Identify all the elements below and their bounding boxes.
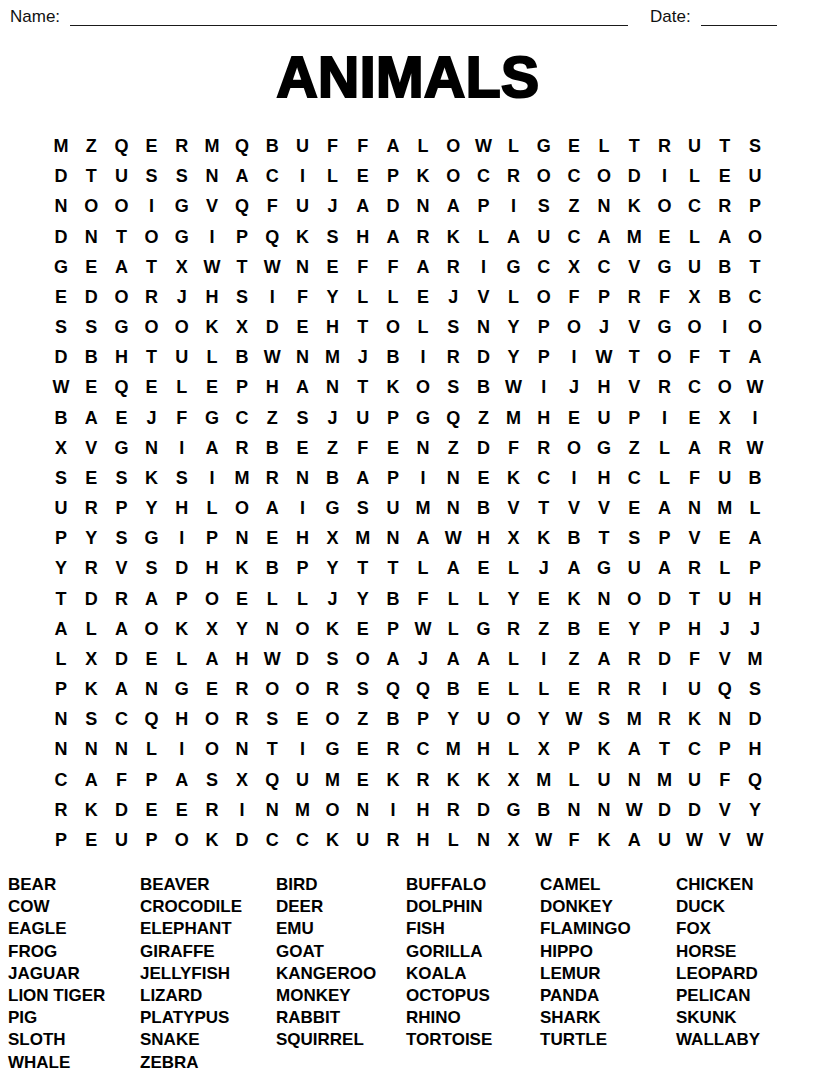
grid-cell[interactable]: T <box>589 523 619 553</box>
grid-cell[interactable]: K <box>559 583 589 613</box>
grid-cell[interactable]: R <box>76 493 106 523</box>
grid-cell[interactable]: C <box>227 402 257 432</box>
grid-cell[interactable]: E <box>76 372 106 402</box>
grid-cell[interactable]: C <box>740 282 770 312</box>
grid-cell[interactable]: E <box>679 402 709 432</box>
grid-cell[interactable]: P <box>46 674 76 704</box>
grid-cell[interactable]: U <box>167 342 197 372</box>
grid-cell[interactable]: A <box>197 644 227 674</box>
grid-cell[interactable]: P <box>287 553 317 583</box>
grid-cell[interactable]: D <box>167 553 197 583</box>
grid-cell[interactable]: L <box>649 433 679 463</box>
grid-cell[interactable]: R <box>317 674 347 704</box>
grid-cell[interactable]: F <box>408 583 438 613</box>
grid-cell[interactable]: D <box>649 644 679 674</box>
grid-cell[interactable]: L <box>197 342 227 372</box>
grid-cell[interactable]: N <box>408 191 438 221</box>
grid-cell[interactable]: F <box>378 252 408 282</box>
grid-cell[interactable]: B <box>257 433 287 463</box>
grid-cell[interactable]: N <box>348 795 378 825</box>
grid-cell[interactable]: O <box>167 312 197 342</box>
grid-cell[interactable]: M <box>619 221 649 251</box>
grid-cell[interactable]: Q <box>106 131 136 161</box>
grid-cell[interactable]: F <box>257 191 287 221</box>
grid-cell[interactable]: R <box>649 372 679 402</box>
grid-cell[interactable]: N <box>227 734 257 764</box>
grid-cell[interactable]: B <box>378 342 408 372</box>
grid-cell[interactable]: Q <box>257 764 287 794</box>
grid-cell[interactable]: G <box>649 312 679 342</box>
grid-cell[interactable]: P <box>589 282 619 312</box>
grid-cell[interactable]: N <box>468 825 498 855</box>
grid-cell[interactable]: N <box>438 463 468 493</box>
grid-cell[interactable]: P <box>619 402 649 432</box>
grid-cell[interactable]: S <box>348 493 378 523</box>
grid-cell[interactable]: W <box>468 131 498 161</box>
grid-cell[interactable]: G <box>106 433 136 463</box>
grid-cell[interactable]: K <box>589 825 619 855</box>
grid-cell[interactable]: R <box>167 131 197 161</box>
grid-cell[interactable]: R <box>710 433 740 463</box>
grid-cell[interactable]: K <box>76 674 106 704</box>
grid-cell[interactable]: A <box>167 764 197 794</box>
grid-cell[interactable]: N <box>378 523 408 553</box>
grid-cell[interactable]: E <box>287 312 317 342</box>
grid-cell[interactable]: B <box>559 523 589 553</box>
grid-cell[interactable]: C <box>559 161 589 191</box>
grid-cell[interactable]: W <box>740 433 770 463</box>
grid-cell[interactable]: R <box>257 463 287 493</box>
grid-cell[interactable]: H <box>167 704 197 734</box>
grid-cell[interactable]: A <box>408 523 438 553</box>
grid-cell[interactable]: Y <box>76 523 106 553</box>
grid-cell[interactable]: A <box>589 644 619 674</box>
grid-cell[interactable]: H <box>167 493 197 523</box>
grid-cell[interactable]: C <box>679 372 709 402</box>
grid-cell[interactable]: T <box>46 583 76 613</box>
grid-cell[interactable]: K <box>76 795 106 825</box>
grid-cell[interactable]: S <box>46 463 76 493</box>
grid-cell[interactable]: V <box>498 493 528 523</box>
grid-cell[interactable]: N <box>589 795 619 825</box>
grid-cell[interactable]: I <box>167 523 197 553</box>
grid-cell[interactable]: N <box>136 674 166 704</box>
grid-cell[interactable]: I <box>559 463 589 493</box>
grid-cell[interactable]: V <box>76 433 106 463</box>
grid-cell[interactable]: I <box>529 372 559 402</box>
grid-cell[interactable]: W <box>46 372 76 402</box>
grid-cell[interactable]: V <box>468 282 498 312</box>
grid-cell[interactable]: T <box>348 372 378 402</box>
grid-cell[interactable]: T <box>710 131 740 161</box>
grid-cell[interactable]: N <box>408 433 438 463</box>
grid-cell[interactable]: L <box>679 161 709 191</box>
grid-cell[interactable]: A <box>257 493 287 523</box>
grid-cell[interactable]: A <box>498 221 528 251</box>
grid-cell[interactable]: K <box>136 463 166 493</box>
grid-cell[interactable]: S <box>136 161 166 191</box>
grid-cell[interactable]: H <box>740 583 770 613</box>
grid-cell[interactable]: G <box>46 252 76 282</box>
grid-cell[interactable]: W <box>589 342 619 372</box>
grid-cell[interactable]: K <box>287 221 317 251</box>
grid-cell[interactable]: A <box>76 402 106 432</box>
grid-cell[interactable]: A <box>46 614 76 644</box>
grid-cell[interactable]: H <box>348 221 378 251</box>
grid-cell[interactable]: L <box>589 131 619 161</box>
grid-cell[interactable]: N <box>287 252 317 282</box>
grid-cell[interactable]: P <box>649 523 679 553</box>
grid-cell[interactable]: K <box>227 553 257 583</box>
grid-cell[interactable]: G <box>106 312 136 342</box>
grid-cell[interactable]: D <box>106 644 136 674</box>
grid-cell[interactable]: I <box>740 402 770 432</box>
grid-cell[interactable]: B <box>257 553 287 583</box>
grid-cell[interactable]: X <box>498 825 528 855</box>
grid-cell[interactable]: W <box>408 614 438 644</box>
grid-cell[interactable]: N <box>287 342 317 372</box>
grid-cell[interactable]: R <box>378 734 408 764</box>
grid-cell[interactable]: L <box>408 312 438 342</box>
grid-cell[interactable]: C <box>679 191 709 221</box>
grid-cell[interactable]: S <box>167 161 197 191</box>
grid-cell[interactable]: T <box>619 131 649 161</box>
grid-cell[interactable]: P <box>710 734 740 764</box>
grid-cell[interactable]: A <box>679 433 709 463</box>
grid-cell[interactable]: G <box>529 131 559 161</box>
grid-cell[interactable]: D <box>257 312 287 342</box>
grid-cell[interactable]: G <box>167 221 197 251</box>
grid-cell[interactable]: R <box>227 433 257 463</box>
grid-cell[interactable]: O <box>740 312 770 342</box>
grid-cell[interactable]: O <box>106 191 136 221</box>
grid-cell[interactable]: K <box>619 191 649 221</box>
grid-cell[interactable]: A <box>378 131 408 161</box>
grid-cell[interactable]: E <box>559 402 589 432</box>
grid-cell[interactable]: G <box>498 252 528 282</box>
grid-cell[interactable]: R <box>710 191 740 221</box>
grid-cell[interactable]: R <box>498 614 528 644</box>
grid-cell[interactable]: B <box>257 131 287 161</box>
grid-cell[interactable]: W <box>257 644 287 674</box>
grid-cell[interactable]: F <box>348 433 378 463</box>
grid-cell[interactable]: P <box>649 614 679 644</box>
grid-cell[interactable]: N <box>589 583 619 613</box>
grid-cell[interactable]: F <box>106 764 136 794</box>
grid-cell[interactable]: X <box>197 614 227 644</box>
grid-cell[interactable]: X <box>679 282 709 312</box>
grid-cell[interactable]: I <box>378 795 408 825</box>
grid-cell[interactable]: B <box>317 463 347 493</box>
grid-cell[interactable]: O <box>438 161 468 191</box>
grid-cell[interactable]: T <box>679 583 709 613</box>
grid-cell[interactable]: P <box>408 704 438 734</box>
grid-cell[interactable]: L <box>529 674 559 704</box>
grid-cell[interactable]: O <box>136 614 166 644</box>
grid-cell[interactable]: H <box>468 523 498 553</box>
grid-cell[interactable]: W <box>257 342 287 372</box>
grid-cell[interactable]: T <box>378 553 408 583</box>
grid-cell[interactable]: P <box>378 614 408 644</box>
grid-cell[interactable]: A <box>589 221 619 251</box>
grid-cell[interactable]: T <box>227 252 257 282</box>
grid-cell[interactable]: U <box>529 221 559 251</box>
grid-cell[interactable]: A <box>619 825 649 855</box>
grid-cell[interactable]: N <box>257 795 287 825</box>
grid-cell[interactable]: L <box>740 493 770 523</box>
grid-cell[interactable]: O <box>649 191 679 221</box>
grid-cell[interactable]: Y <box>498 342 528 372</box>
grid-cell[interactable]: Z <box>529 614 559 644</box>
grid-cell[interactable]: F <box>710 764 740 794</box>
grid-cell[interactable]: S <box>106 523 136 553</box>
grid-cell[interactable]: K <box>589 734 619 764</box>
grid-cell[interactable]: F <box>348 252 378 282</box>
grid-cell[interactable]: O <box>740 221 770 251</box>
grid-cell[interactable]: A <box>408 252 438 282</box>
grid-cell[interactable]: U <box>468 704 498 734</box>
grid-cell[interactable]: O <box>197 583 227 613</box>
grid-cell[interactable]: S <box>348 674 378 704</box>
grid-cell[interactable]: Q <box>136 704 166 734</box>
grid-cell[interactable]: B <box>76 342 106 372</box>
grid-cell[interactable]: E <box>76 252 106 282</box>
grid-cell[interactable]: S <box>227 282 257 312</box>
grid-cell[interactable]: L <box>167 372 197 402</box>
grid-cell[interactable]: J <box>408 644 438 674</box>
grid-cell[interactable]: R <box>408 221 438 251</box>
grid-cell[interactable]: Y <box>619 614 649 644</box>
grid-cell[interactable]: N <box>468 312 498 342</box>
grid-cell[interactable]: A <box>378 644 408 674</box>
grid-cell[interactable]: U <box>287 191 317 221</box>
grid-cell[interactable]: U <box>710 463 740 493</box>
grid-cell[interactable]: D <box>76 583 106 613</box>
grid-cell[interactable]: P <box>227 221 257 251</box>
grid-cell[interactable]: R <box>76 553 106 583</box>
grid-cell[interactable]: X <box>529 734 559 764</box>
grid-cell[interactable]: A <box>197 433 227 463</box>
grid-cell[interactable]: Q <box>257 221 287 251</box>
grid-cell[interactable]: N <box>46 704 76 734</box>
grid-cell[interactable]: S <box>136 553 166 583</box>
grid-cell[interactable]: G <box>589 433 619 463</box>
grid-cell[interactable]: Q <box>227 131 257 161</box>
grid-cell[interactable]: T <box>76 161 106 191</box>
grid-cell[interactable]: L <box>167 644 197 674</box>
grid-cell[interactable]: E <box>559 131 589 161</box>
grid-cell[interactable]: H <box>679 614 709 644</box>
grid-cell[interactable]: F <box>559 825 589 855</box>
grid-cell[interactable]: D <box>649 795 679 825</box>
grid-cell[interactable]: O <box>197 734 227 764</box>
grid-cell[interactable]: L <box>468 221 498 251</box>
grid-cell[interactable]: V <box>710 644 740 674</box>
grid-cell[interactable]: T <box>136 252 166 282</box>
grid-cell[interactable]: V <box>619 372 649 402</box>
grid-cell[interactable]: P <box>136 825 166 855</box>
grid-cell[interactable]: A <box>559 553 589 583</box>
grid-cell[interactable]: K <box>679 704 709 734</box>
grid-cell[interactable]: I <box>649 161 679 191</box>
grid-cell[interactable]: H <box>589 463 619 493</box>
grid-cell[interactable]: E <box>378 433 408 463</box>
grid-cell[interactable]: I <box>167 734 197 764</box>
grid-cell[interactable]: W <box>197 252 227 282</box>
grid-cell[interactable]: R <box>679 553 709 583</box>
grid-cell[interactable]: K <box>529 523 559 553</box>
grid-cell[interactable]: E <box>408 282 438 312</box>
grid-cell[interactable]: C <box>589 252 619 282</box>
grid-cell[interactable]: H <box>408 825 438 855</box>
grid-cell[interactable]: Z <box>257 402 287 432</box>
grid-cell[interactable]: V <box>589 493 619 523</box>
grid-cell[interactable]: K <box>317 825 347 855</box>
grid-cell[interactable]: C <box>257 825 287 855</box>
grid-cell[interactable]: S <box>76 312 106 342</box>
grid-cell[interactable]: U <box>649 825 679 855</box>
grid-cell[interactable]: M <box>438 734 468 764</box>
grid-cell[interactable]: M <box>317 764 347 794</box>
grid-cell[interactable]: H <box>257 372 287 402</box>
grid-cell[interactable]: N <box>106 734 136 764</box>
grid-cell[interactable]: G <box>408 402 438 432</box>
grid-cell[interactable]: O <box>227 493 257 523</box>
grid-cell[interactable]: A <box>649 493 679 523</box>
grid-cell[interactable]: R <box>408 764 438 794</box>
grid-cell[interactable]: A <box>649 553 679 583</box>
grid-cell[interactable]: Z <box>559 191 589 221</box>
grid-cell[interactable]: O <box>287 614 317 644</box>
grid-cell[interactable]: Z <box>76 131 106 161</box>
grid-cell[interactable]: I <box>710 312 740 342</box>
grid-cell[interactable]: C <box>408 734 438 764</box>
grid-cell[interactable]: A <box>76 764 106 794</box>
grid-cell[interactable]: X <box>317 523 347 553</box>
grid-cell[interactable]: U <box>589 402 619 432</box>
grid-cell[interactable]: J <box>740 614 770 644</box>
grid-cell[interactable]: F <box>317 131 347 161</box>
grid-cell[interactable]: A <box>710 221 740 251</box>
grid-cell[interactable]: E <box>710 523 740 553</box>
grid-cell[interactable]: V <box>559 493 589 523</box>
grid-cell[interactable]: F <box>167 402 197 432</box>
grid-cell[interactable]: O <box>76 191 106 221</box>
grid-cell[interactable]: I <box>197 463 227 493</box>
grid-cell[interactable]: D <box>76 282 106 312</box>
grid-cell[interactable]: E <box>136 131 166 161</box>
grid-cell[interactable]: L <box>710 553 740 583</box>
grid-cell[interactable]: L <box>498 734 528 764</box>
grid-cell[interactable]: G <box>317 493 347 523</box>
grid-cell[interactable]: T <box>529 493 559 523</box>
grid-cell[interactable]: G <box>167 191 197 221</box>
grid-cell[interactable]: A <box>106 674 136 704</box>
grid-cell[interactable]: W <box>529 825 559 855</box>
grid-cell[interactable]: R <box>589 674 619 704</box>
grid-cell[interactable]: N <box>76 734 106 764</box>
grid-cell[interactable]: B <box>46 402 76 432</box>
grid-cell[interactable]: T <box>710 342 740 372</box>
grid-cell[interactable]: N <box>46 734 76 764</box>
grid-cell[interactable]: J <box>167 282 197 312</box>
grid-cell[interactable]: E <box>136 372 166 402</box>
grid-cell[interactable]: R <box>46 795 76 825</box>
grid-cell[interactable]: W <box>438 523 468 553</box>
grid-cell[interactable]: M <box>649 764 679 794</box>
grid-cell[interactable]: X <box>227 764 257 794</box>
grid-cell[interactable]: P <box>106 493 136 523</box>
grid-cell[interactable]: G <box>468 614 498 644</box>
grid-cell[interactable]: J <box>317 402 347 432</box>
grid-cell[interactable]: L <box>136 734 166 764</box>
grid-cell[interactable]: X <box>167 252 197 282</box>
grid-cell[interactable]: N <box>619 764 649 794</box>
grid-cell[interactable]: Z <box>619 433 649 463</box>
grid-cell[interactable]: P <box>468 191 498 221</box>
grid-cell[interactable]: R <box>438 342 468 372</box>
grid-cell[interactable]: O <box>529 161 559 191</box>
grid-cell[interactable]: Q <box>710 674 740 704</box>
grid-cell[interactable]: O <box>136 312 166 342</box>
grid-cell[interactable]: R <box>438 252 468 282</box>
grid-cell[interactable]: B <box>468 372 498 402</box>
grid-cell[interactable]: A <box>106 252 136 282</box>
grid-cell[interactable]: C <box>619 463 649 493</box>
grid-cell[interactable]: A <box>468 644 498 674</box>
grid-cell[interactable]: P <box>378 463 408 493</box>
grid-cell[interactable]: O <box>438 131 468 161</box>
grid-cell[interactable]: N <box>679 493 709 523</box>
grid-cell[interactable]: K <box>438 221 468 251</box>
grid-cell[interactable]: T <box>740 252 770 282</box>
grid-cell[interactable]: P <box>529 312 559 342</box>
grid-cell[interactable]: A <box>287 372 317 402</box>
grid-cell[interactable]: P <box>46 825 76 855</box>
grid-cell[interactable]: D <box>468 342 498 372</box>
grid-cell[interactable]: Y <box>227 614 257 644</box>
grid-cell[interactable]: R <box>619 282 649 312</box>
grid-cell[interactable]: T <box>136 342 166 372</box>
grid-cell[interactable]: J <box>589 312 619 342</box>
grid-cell[interactable]: U <box>106 825 136 855</box>
grid-cell[interactable]: V <box>197 191 227 221</box>
grid-cell[interactable]: X <box>710 402 740 432</box>
grid-cell[interactable]: I <box>287 734 317 764</box>
grid-cell[interactable]: G <box>317 734 347 764</box>
grid-cell[interactable]: Y <box>438 704 468 734</box>
grid-cell[interactable]: D <box>649 583 679 613</box>
grid-cell[interactable]: S <box>167 463 197 493</box>
grid-cell[interactable]: S <box>197 764 227 794</box>
grid-cell[interactable]: S <box>317 644 347 674</box>
grid-cell[interactable]: D <box>468 433 498 463</box>
grid-cell[interactable]: D <box>619 161 649 191</box>
grid-cell[interactable]: H <box>106 342 136 372</box>
grid-cell[interactable]: J <box>710 614 740 644</box>
grid-cell[interactable]: R <box>649 131 679 161</box>
grid-cell[interactable]: U <box>589 764 619 794</box>
grid-cell[interactable]: E <box>348 734 378 764</box>
grid-cell[interactable]: O <box>559 312 589 342</box>
date-input-line[interactable] <box>701 9 777 26</box>
grid-cell[interactable]: Y <box>498 312 528 342</box>
grid-cell[interactable]: E <box>468 553 498 583</box>
grid-cell[interactable]: A <box>619 734 649 764</box>
grid-cell[interactable]: A <box>438 191 468 221</box>
grid-cell[interactable]: E <box>287 704 317 734</box>
grid-cell[interactable]: X <box>559 252 589 282</box>
